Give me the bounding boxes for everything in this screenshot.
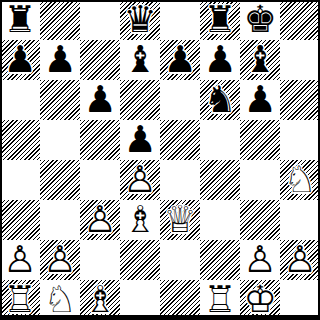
black-pawn-e7[interactable]: ♟ <box>160 40 200 80</box>
square-h5[interactable] <box>280 120 320 160</box>
square-b3[interactable] <box>40 200 80 240</box>
black-queen-d8[interactable]: ♛ <box>120 0 160 40</box>
white-piece-outline: ♙ <box>80 200 120 240</box>
black-rook-f8[interactable]: ♜ <box>200 0 240 40</box>
black-rook-a8[interactable]: ♜ <box>0 0 40 40</box>
square-f5[interactable] <box>200 120 240 160</box>
square-e5[interactable] <box>160 120 200 160</box>
square-f3[interactable] <box>200 200 240 240</box>
square-c4[interactable] <box>80 160 120 200</box>
white-bishop-c1[interactable]: ♝♗ <box>80 280 120 320</box>
square-a2[interactable]: ♟♙ <box>0 240 40 280</box>
black-piece-glyph: ♟ <box>80 80 120 120</box>
black-piece-glyph: ♝ <box>120 40 160 80</box>
square-d5[interactable]: ♟ <box>120 120 160 160</box>
white-piece-outline: ♙ <box>40 240 80 280</box>
square-g5[interactable] <box>240 120 280 160</box>
white-pawn-h2[interactable]: ♟♙ <box>280 240 320 280</box>
square-c2[interactable] <box>80 240 120 280</box>
black-pawn-d5[interactable]: ♟ <box>120 120 160 160</box>
white-piece-outline: ♙ <box>240 240 280 280</box>
square-d6[interactable] <box>120 80 160 120</box>
black-pawn-b7[interactable]: ♟ <box>40 40 80 80</box>
black-knight-f6[interactable]: ♞ <box>200 80 240 120</box>
square-f1[interactable]: ♜♖ <box>200 280 240 320</box>
black-piece-glyph: ♞ <box>200 80 240 120</box>
square-e2[interactable] <box>160 240 200 280</box>
square-g7[interactable]: ♝ <box>240 40 280 80</box>
black-piece-glyph: ♚ <box>240 0 280 40</box>
white-pawn-c3[interactable]: ♟♙ <box>80 200 120 240</box>
square-a5[interactable] <box>0 120 40 160</box>
white-knight-h4[interactable]: ♞♘ <box>280 160 320 200</box>
square-d4[interactable]: ♟♙ <box>120 160 160 200</box>
square-b6[interactable] <box>40 80 80 120</box>
white-piece-outline: ♖ <box>0 280 40 320</box>
square-h8[interactable] <box>280 0 320 40</box>
square-h3[interactable] <box>280 200 320 240</box>
black-pawn-f7[interactable]: ♟ <box>200 40 240 80</box>
square-e6[interactable] <box>160 80 200 120</box>
white-piece-outline: ♗ <box>120 200 160 240</box>
black-pawn-g6[interactable]: ♟ <box>240 80 280 120</box>
white-piece-outline: ♙ <box>0 240 40 280</box>
square-d3[interactable]: ♝♗ <box>120 200 160 240</box>
square-b4[interactable] <box>40 160 80 200</box>
white-piece-outline: ♔ <box>240 280 280 320</box>
square-h6[interactable] <box>280 80 320 120</box>
black-piece-glyph: ♟ <box>240 80 280 120</box>
square-f4[interactable] <box>200 160 240 200</box>
black-pawn-a7[interactable]: ♟ <box>0 40 40 80</box>
square-g2[interactable]: ♟♙ <box>240 240 280 280</box>
square-b7[interactable]: ♟ <box>40 40 80 80</box>
black-piece-glyph: ♜ <box>200 0 240 40</box>
square-f8[interactable]: ♜ <box>200 0 240 40</box>
square-g8[interactable]: ♚ <box>240 0 280 40</box>
square-b8[interactable] <box>40 0 80 40</box>
white-pawn-d4[interactable]: ♟♙ <box>120 160 160 200</box>
square-d2[interactable] <box>120 240 160 280</box>
square-f2[interactable] <box>200 240 240 280</box>
black-pawn-c6[interactable]: ♟ <box>80 80 120 120</box>
black-piece-glyph: ♟ <box>160 40 200 80</box>
white-king-g1[interactable]: ♚♔ <box>240 280 280 320</box>
white-rook-f1[interactable]: ♜♖ <box>200 280 240 320</box>
black-piece-glyph: ♟ <box>40 40 80 80</box>
square-b5[interactable] <box>40 120 80 160</box>
black-piece-glyph: ♛ <box>120 0 160 40</box>
square-h2[interactable]: ♟♙ <box>280 240 320 280</box>
black-piece-glyph: ♟ <box>0 40 40 80</box>
white-pawn-a2[interactable]: ♟♙ <box>0 240 40 280</box>
white-piece-outline: ♙ <box>280 240 320 280</box>
black-king-g8[interactable]: ♚ <box>240 0 280 40</box>
white-piece-outline: ♕ <box>160 200 200 240</box>
square-c3[interactable]: ♟♙ <box>80 200 120 240</box>
square-f6[interactable]: ♞ <box>200 80 240 120</box>
white-piece-outline: ♘ <box>280 160 320 200</box>
square-h1[interactable] <box>280 280 320 320</box>
square-h4[interactable]: ♞♘ <box>280 160 320 200</box>
square-e8[interactable] <box>160 0 200 40</box>
white-piece-outline: ♘ <box>40 280 80 320</box>
white-piece-outline: ♗ <box>80 280 120 320</box>
square-c7[interactable] <box>80 40 120 80</box>
chess-diagram: ♜♛♜♚♟♟♝♟♟♝♟♞♟♟♟♙♞♘♟♙♝♗♛♕♟♙♟♙♟♙♟♙♜♖♞♘♝♗♜♖… <box>0 0 320 320</box>
square-a7[interactable]: ♟ <box>0 40 40 80</box>
white-rook-a1[interactable]: ♜♖ <box>0 280 40 320</box>
square-a1[interactable]: ♜♖ <box>0 280 40 320</box>
white-piece-outline: ♖ <box>200 280 240 320</box>
white-piece-outline: ♙ <box>120 160 160 200</box>
black-piece-glyph: ♟ <box>200 40 240 80</box>
white-pawn-g2[interactable]: ♟♙ <box>240 240 280 280</box>
white-pawn-b2[interactable]: ♟♙ <box>40 240 80 280</box>
white-queen-e3[interactable]: ♛♕ <box>160 200 200 240</box>
square-d7[interactable]: ♝ <box>120 40 160 80</box>
square-c6[interactable]: ♟ <box>80 80 120 120</box>
square-a3[interactable] <box>0 200 40 240</box>
square-e3[interactable]: ♛♕ <box>160 200 200 240</box>
chess-board: ♜♛♜♚♟♟♝♟♟♝♟♞♟♟♟♙♞♘♟♙♝♗♛♕♟♙♟♙♟♙♟♙♜♖♞♘♝♗♜♖… <box>0 0 320 320</box>
white-knight-b1[interactable]: ♞♘ <box>40 280 80 320</box>
square-d1[interactable] <box>120 280 160 320</box>
square-c8[interactable] <box>80 0 120 40</box>
square-g3[interactable] <box>240 200 280 240</box>
square-h7[interactable] <box>280 40 320 80</box>
square-a6[interactable] <box>0 80 40 120</box>
black-bishop-d7[interactable]: ♝ <box>120 40 160 80</box>
square-g4[interactable] <box>240 160 280 200</box>
square-d8[interactable]: ♛ <box>120 0 160 40</box>
square-e4[interactable] <box>160 160 200 200</box>
square-c5[interactable] <box>80 120 120 160</box>
square-e1[interactable] <box>160 280 200 320</box>
square-a4[interactable] <box>0 160 40 200</box>
square-g1[interactable]: ♚♔ <box>240 280 280 320</box>
square-b1[interactable]: ♞♘ <box>40 280 80 320</box>
square-b2[interactable]: ♟♙ <box>40 240 80 280</box>
black-piece-glyph: ♜ <box>0 0 40 40</box>
black-piece-glyph: ♝ <box>240 40 280 80</box>
square-a8[interactable]: ♜ <box>0 0 40 40</box>
black-bishop-g7[interactable]: ♝ <box>240 40 280 80</box>
square-f7[interactable]: ♟ <box>200 40 240 80</box>
square-g6[interactable]: ♟ <box>240 80 280 120</box>
black-piece-glyph: ♟ <box>120 120 160 160</box>
white-bishop-d3[interactable]: ♝♗ <box>120 200 160 240</box>
square-c1[interactable]: ♝♗ <box>80 280 120 320</box>
square-e7[interactable]: ♟ <box>160 40 200 80</box>
